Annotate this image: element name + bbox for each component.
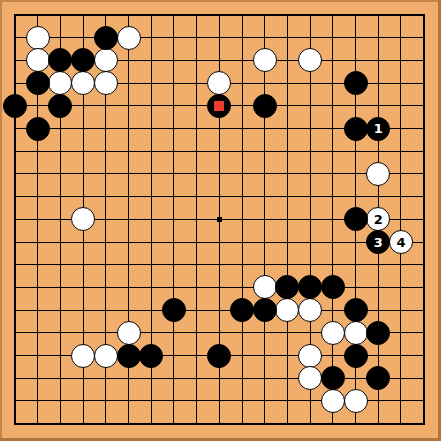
black-stone — [207, 94, 231, 118]
black-stone — [207, 344, 231, 368]
black-stone — [321, 366, 345, 390]
black-stone — [344, 71, 368, 95]
black-stone — [139, 344, 163, 368]
black-stone: 1 — [366, 117, 390, 141]
black-stone — [253, 94, 277, 118]
white-stone — [253, 48, 277, 72]
square-mark — [214, 101, 224, 111]
white-stone — [117, 26, 141, 50]
go-board: 2413 — [0, 0, 441, 441]
black-stone — [344, 344, 368, 368]
white-stone — [94, 344, 118, 368]
black-stone — [117, 344, 141, 368]
white-stone — [26, 26, 50, 50]
white-stone — [344, 321, 368, 345]
white-stone — [117, 321, 141, 345]
black-stone — [344, 207, 368, 231]
black-stone — [26, 117, 50, 141]
white-stone — [298, 344, 322, 368]
black-stone — [344, 298, 368, 322]
white-stone — [321, 389, 345, 413]
star-point — [217, 217, 222, 222]
white-stone — [344, 389, 368, 413]
white-stone — [71, 344, 95, 368]
black-stone — [162, 298, 186, 322]
black-stone — [366, 321, 390, 345]
white-stone — [94, 71, 118, 95]
black-stone — [94, 26, 118, 50]
black-stone — [3, 94, 27, 118]
white-stone: 4 — [389, 230, 413, 254]
black-stone — [344, 117, 368, 141]
white-stone — [321, 321, 345, 345]
black-stone — [253, 298, 277, 322]
black-stone — [26, 71, 50, 95]
white-stone — [26, 48, 50, 72]
